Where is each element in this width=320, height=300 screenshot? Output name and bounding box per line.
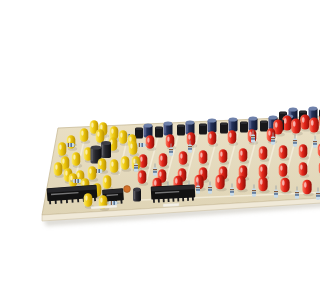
label-sticker bbox=[163, 203, 179, 207]
blue-capacitor bbox=[208, 118, 217, 132]
transistor bbox=[155, 127, 163, 138]
electrolytic-capacitor bbox=[101, 141, 111, 158]
ceramic-capacitor bbox=[124, 186, 131, 193]
blue-capacitor bbox=[144, 123, 153, 137]
blue-capacitor bbox=[164, 121, 173, 135]
transistor bbox=[220, 123, 228, 134]
transistor bbox=[260, 121, 268, 132]
blue-capacitor bbox=[229, 117, 238, 131]
blue-capacitor bbox=[249, 116, 258, 130]
electrolytic-capacitor bbox=[133, 187, 141, 201]
transistor bbox=[199, 124, 207, 135]
transistor bbox=[240, 122, 248, 133]
transistor bbox=[135, 128, 143, 139]
product-photo bbox=[40, 16, 320, 300]
transistor bbox=[177, 125, 185, 136]
pcb-kit-illustration bbox=[40, 16, 320, 300]
